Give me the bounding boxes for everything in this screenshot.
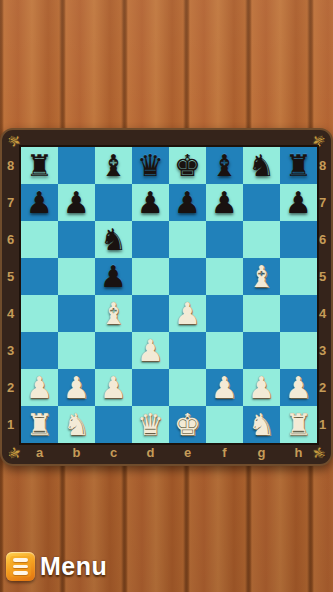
piece-white-pawn: ♟ bbox=[26, 369, 53, 406]
square-d7[interactable]: ♟ bbox=[132, 184, 169, 221]
square-b4[interactable] bbox=[58, 295, 95, 332]
rank-label-1: 1 bbox=[314, 406, 331, 443]
rank-label-8: 8 bbox=[2, 147, 19, 184]
square-c7[interactable] bbox=[95, 184, 132, 221]
file-label-f: f bbox=[206, 441, 243, 464]
file-label-c: c bbox=[95, 441, 132, 464]
square-f6[interactable] bbox=[206, 221, 243, 258]
square-b6[interactable] bbox=[58, 221, 95, 258]
file-label-d: d bbox=[132, 441, 169, 464]
piece-black-queen: ♛ bbox=[137, 147, 164, 184]
piece-white-pawn: ♟ bbox=[63, 369, 90, 406]
square-e6[interactable] bbox=[169, 221, 206, 258]
square-h4[interactable] bbox=[280, 295, 317, 332]
square-h3[interactable] bbox=[280, 332, 317, 369]
square-a2[interactable]: ♟ bbox=[21, 369, 58, 406]
piece-black-rook: ♜ bbox=[285, 147, 312, 184]
square-e7[interactable]: ♟ bbox=[169, 184, 206, 221]
rank-labels-right: 87654321 bbox=[314, 147, 331, 443]
square-b2[interactable]: ♟ bbox=[58, 369, 95, 406]
square-g8[interactable]: ♞ bbox=[243, 147, 280, 184]
square-b8[interactable] bbox=[58, 147, 95, 184]
square-g3[interactable] bbox=[243, 332, 280, 369]
rank-label-6: 6 bbox=[314, 221, 331, 258]
square-h6[interactable] bbox=[280, 221, 317, 258]
square-d6[interactable] bbox=[132, 221, 169, 258]
piece-white-pawn: ♟ bbox=[137, 332, 164, 369]
square-a6[interactable] bbox=[21, 221, 58, 258]
square-c2[interactable]: ♟ bbox=[95, 369, 132, 406]
file-labels: abcdefgh bbox=[21, 441, 317, 464]
square-d4[interactable] bbox=[132, 295, 169, 332]
file-label-g: g bbox=[243, 441, 280, 464]
rank-label-4: 4 bbox=[314, 295, 331, 332]
square-h8[interactable]: ♜ bbox=[280, 147, 317, 184]
rank-label-2: 2 bbox=[2, 369, 19, 406]
piece-white-pawn: ♟ bbox=[100, 369, 127, 406]
hamburger-menu-icon bbox=[6, 552, 35, 581]
piece-black-pawn: ♟ bbox=[26, 184, 53, 221]
piece-white-pawn: ♟ bbox=[285, 369, 312, 406]
piece-black-pawn: ♟ bbox=[137, 184, 164, 221]
file-label-h: h bbox=[280, 441, 317, 464]
square-b5[interactable] bbox=[58, 258, 95, 295]
square-c5[interactable]: ♟ bbox=[95, 258, 132, 295]
square-g4[interactable] bbox=[243, 295, 280, 332]
square-e3[interactable] bbox=[169, 332, 206, 369]
piece-black-pawn: ♟ bbox=[100, 258, 127, 295]
square-a1[interactable]: ♜ bbox=[21, 406, 58, 443]
piece-white-queen: ♛ bbox=[137, 406, 164, 443]
square-h5[interactable] bbox=[280, 258, 317, 295]
square-f2[interactable]: ♟ bbox=[206, 369, 243, 406]
piece-white-pawn: ♟ bbox=[211, 369, 238, 406]
piece-black-pawn: ♟ bbox=[211, 184, 238, 221]
square-f5[interactable] bbox=[206, 258, 243, 295]
square-g5[interactable]: ♝ bbox=[243, 258, 280, 295]
rank-label-1: 1 bbox=[2, 406, 19, 443]
square-e2[interactable] bbox=[169, 369, 206, 406]
piece-white-bishop: ♝ bbox=[248, 258, 275, 295]
rank-label-5: 5 bbox=[2, 258, 19, 295]
square-d8[interactable]: ♛ bbox=[132, 147, 169, 184]
rank-label-2: 2 bbox=[314, 369, 331, 406]
piece-white-knight: ♞ bbox=[248, 406, 275, 443]
square-d5[interactable] bbox=[132, 258, 169, 295]
square-e8[interactable]: ♚ bbox=[169, 147, 206, 184]
square-d3[interactable]: ♟ bbox=[132, 332, 169, 369]
square-f3[interactable] bbox=[206, 332, 243, 369]
rank-label-3: 3 bbox=[2, 332, 19, 369]
file-label-e: e bbox=[169, 441, 206, 464]
square-g6[interactable] bbox=[243, 221, 280, 258]
piece-black-rook: ♜ bbox=[26, 147, 53, 184]
piece-white-knight: ♞ bbox=[63, 406, 90, 443]
square-h1[interactable]: ♜ bbox=[280, 406, 317, 443]
square-c1[interactable] bbox=[95, 406, 132, 443]
piece-white-rook: ♜ bbox=[26, 406, 53, 443]
square-f4[interactable] bbox=[206, 295, 243, 332]
menu-button-label: Menu bbox=[40, 552, 107, 581]
square-d1[interactable]: ♛ bbox=[132, 406, 169, 443]
square-h2[interactable]: ♟ bbox=[280, 369, 317, 406]
piece-black-knight: ♞ bbox=[100, 221, 127, 258]
rank-label-7: 7 bbox=[2, 184, 19, 221]
file-label-b: b bbox=[58, 441, 95, 464]
square-e1[interactable]: ♚ bbox=[169, 406, 206, 443]
piece-black-bishop: ♝ bbox=[100, 147, 127, 184]
piece-white-bishop: ♝ bbox=[100, 295, 127, 332]
rank-label-8: 8 bbox=[314, 147, 331, 184]
piece-black-pawn: ♟ bbox=[174, 184, 201, 221]
piece-white-pawn: ♟ bbox=[174, 295, 201, 332]
piece-black-king: ♚ bbox=[174, 147, 201, 184]
square-d2[interactable] bbox=[132, 369, 169, 406]
rank-label-3: 3 bbox=[314, 332, 331, 369]
piece-white-pawn: ♟ bbox=[248, 369, 275, 406]
square-c3[interactable] bbox=[95, 332, 132, 369]
square-b1[interactable]: ♞ bbox=[58, 406, 95, 443]
square-f7[interactable]: ♟ bbox=[206, 184, 243, 221]
chess-board-frame: ⚜ ⚜ ⚜ ⚜ 87654321 ♜♝♛♚♝♞♜♟♟♟♟♟♟♞♟♝♝♟♟♟♟♟♟… bbox=[0, 128, 333, 466]
rank-label-4: 4 bbox=[2, 295, 19, 332]
piece-black-pawn: ♟ bbox=[63, 184, 90, 221]
square-b7[interactable]: ♟ bbox=[58, 184, 95, 221]
piece-black-bishop: ♝ bbox=[211, 147, 238, 184]
square-a4[interactable] bbox=[21, 295, 58, 332]
piece-black-pawn: ♟ bbox=[285, 184, 312, 221]
square-g1[interactable]: ♞ bbox=[243, 406, 280, 443]
piece-white-rook: ♜ bbox=[285, 406, 312, 443]
piece-white-king: ♚ bbox=[174, 406, 201, 443]
chess-board: ♜♝♛♚♝♞♜♟♟♟♟♟♟♞♟♝♝♟♟♟♟♟♟♟♟♜♞♛♚♞♜ bbox=[19, 145, 319, 445]
square-h7[interactable]: ♟ bbox=[280, 184, 317, 221]
square-a8[interactable]: ♜ bbox=[21, 147, 58, 184]
rank-labels-left: 87654321 bbox=[2, 147, 19, 443]
square-g7[interactable] bbox=[243, 184, 280, 221]
square-a5[interactable] bbox=[21, 258, 58, 295]
square-e4[interactable]: ♟ bbox=[169, 295, 206, 332]
square-g2[interactable]: ♟ bbox=[243, 369, 280, 406]
square-c4[interactable]: ♝ bbox=[95, 295, 132, 332]
square-f1[interactable] bbox=[206, 406, 243, 443]
square-a3[interactable] bbox=[21, 332, 58, 369]
file-label-a: a bbox=[21, 441, 58, 464]
piece-black-knight: ♞ bbox=[248, 147, 275, 184]
square-c8[interactable]: ♝ bbox=[95, 147, 132, 184]
rank-label-7: 7 bbox=[314, 184, 331, 221]
square-c6[interactable]: ♞ bbox=[95, 221, 132, 258]
rank-label-5: 5 bbox=[314, 258, 331, 295]
square-f8[interactable]: ♝ bbox=[206, 147, 243, 184]
square-e5[interactable] bbox=[169, 258, 206, 295]
square-b3[interactable] bbox=[58, 332, 95, 369]
rank-label-6: 6 bbox=[2, 221, 19, 258]
menu-button[interactable]: Menu bbox=[6, 552, 107, 581]
square-a7[interactable]: ♟ bbox=[21, 184, 58, 221]
